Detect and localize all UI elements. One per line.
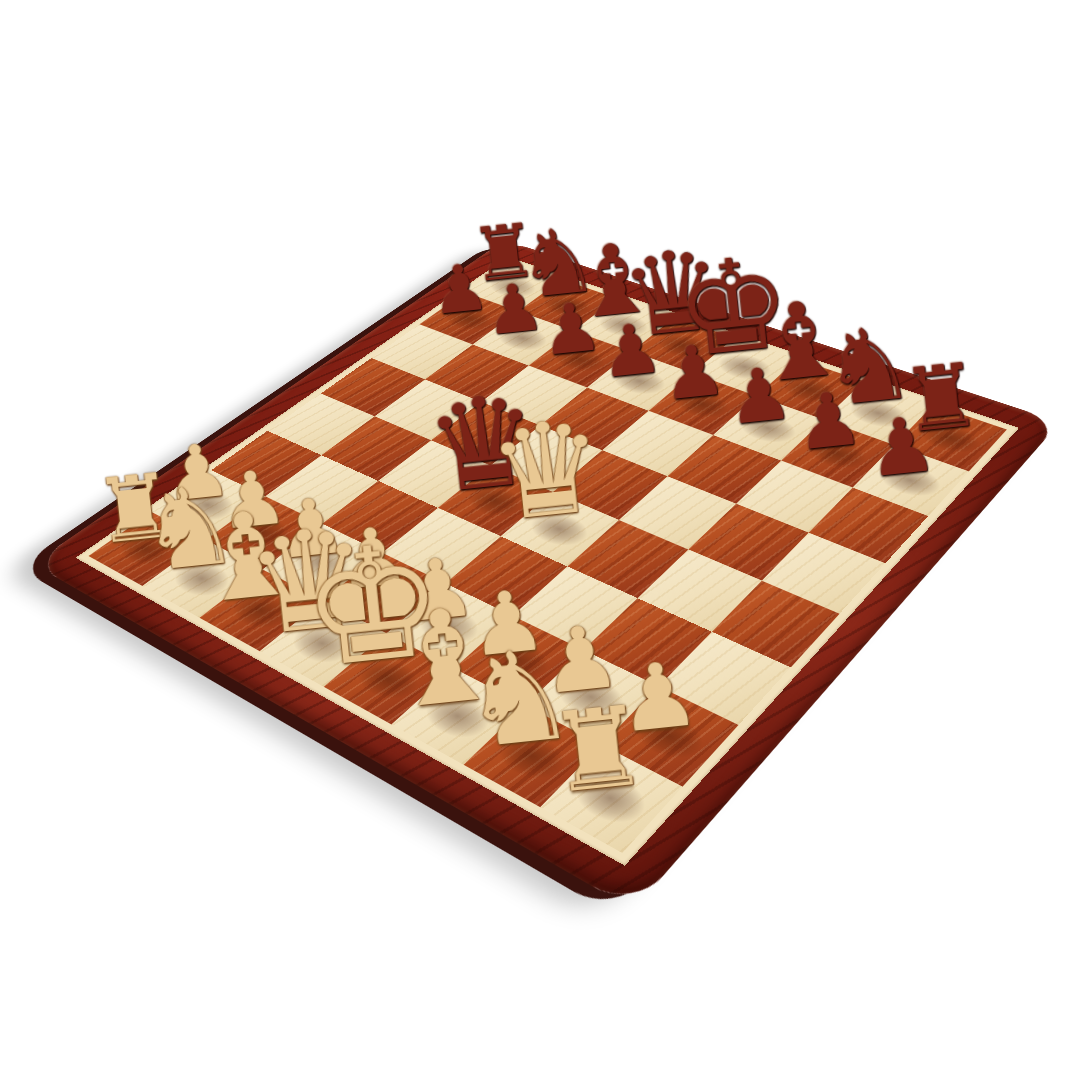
piece-contact-shadow <box>522 507 597 552</box>
piece-contact-shadow <box>565 766 655 831</box>
board-grid: ♜♞♝♛♚♝♞♜♟♟♟♟♟♟♟♟♛♛♟♟♟♟♟♟♟♟♜♞♝♛♚♝♞♜ <box>88 262 1006 853</box>
piece-contact-shadow <box>227 511 299 555</box>
piece-contact-shadow <box>711 350 778 385</box>
piece-contact-shadow <box>606 364 673 399</box>
black-knight: ♞ <box>818 311 919 422</box>
square-b3 <box>265 455 378 524</box>
piece-contact-shadow <box>345 569 421 617</box>
piece-contact-shadow <box>913 418 986 458</box>
piece-contact-shadow <box>650 329 715 362</box>
piece-contact-shadow <box>547 343 612 377</box>
piece-contact-shadow <box>477 634 559 688</box>
piece-contact-shadow <box>415 688 499 746</box>
piece-contact-shadow <box>283 618 362 670</box>
piece-contact-shadow <box>222 586 298 635</box>
piece-contact-shadow <box>437 303 499 334</box>
piece-contact-shadow <box>536 290 598 321</box>
black-bishop: ♝ <box>566 228 662 333</box>
board-frame-rosewood: ♜♞♝♛♚♝♞♜♟♟♟♟♟♟♟♟♛♛♟♟♟♟♟♟♟♟♜♞♝♛♚♝♞♜ <box>33 240 1061 910</box>
piece-contact-shadow <box>591 309 655 341</box>
piece-contact-shadow <box>458 480 530 522</box>
piece-contact-shadow <box>482 272 543 301</box>
piece-contact-shadow <box>488 726 575 787</box>
piece-contact-shadow <box>801 434 874 474</box>
piece-contact-shadow <box>347 652 428 707</box>
piece-contact-shadow <box>625 707 712 767</box>
chessboard: ♜♞♝♛♚♝♞♜♟♟♟♟♟♟♟♟♛♛♟♟♟♟♟♟♟♟♜♞♝♛♚♝♞♜ <box>33 240 1061 910</box>
piece-contact-shadow <box>775 372 844 408</box>
piece-contact-shadow <box>491 322 555 354</box>
piece-contact-shadow <box>842 394 913 432</box>
piece-contact-shadow <box>549 669 633 726</box>
square-g8: ♞ <box>824 381 934 445</box>
product-photo-scene: ♜♞♝♛♚♝♞♜♟♟♟♟♟♟♟♟♛♛♟♟♟♟♟♟♟♟♜♞♝♛♚♝♞♜ <box>0 0 1080 1080</box>
black-rook: ♜ <box>468 213 542 293</box>
piece-contact-shadow <box>667 386 736 423</box>
piece-contact-shadow <box>284 539 358 585</box>
piece-contact-shadow <box>872 459 947 501</box>
piece-contact-shadow <box>409 601 488 652</box>
piece-contact-shadow <box>732 409 803 448</box>
board-inlay-border: ♜♞♝♛♚♝♞♜♟♟♟♟♟♟♟♟♛♛♟♟♟♟♟♟♟♟♜♞♝♛♚♝♞♜ <box>76 257 1020 866</box>
black-rook: ♜ <box>898 351 985 446</box>
